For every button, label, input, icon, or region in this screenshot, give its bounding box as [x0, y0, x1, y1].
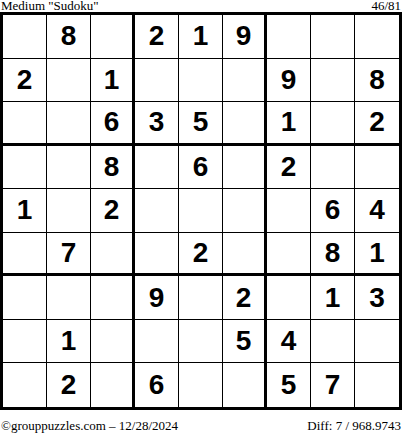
page-header: Medium "Sudoku" 46/81: [0, 0, 402, 12]
sudoku-cell: 5: [179, 102, 223, 146]
sudoku-cell[interactable]: [91, 15, 135, 59]
sudoku-cell: 8: [91, 146, 135, 190]
sudoku-cell: 9: [135, 276, 179, 320]
sudoku-cell[interactable]: [355, 15, 399, 59]
sudoku-cell: 6: [179, 146, 223, 190]
sudoku-cell: 9: [223, 15, 267, 59]
copyright-text: ©grouppuzzles.com – 12/28/2024: [1, 419, 178, 433]
sudoku-cell[interactable]: [47, 146, 91, 190]
sudoku-cell[interactable]: [135, 233, 179, 277]
sudoku-cell: 2: [3, 59, 47, 103]
sudoku-cell: 1: [267, 102, 311, 146]
sudoku-cell[interactable]: [47, 276, 91, 320]
sudoku-cell: 8: [311, 233, 355, 277]
sudoku-cell[interactable]: [135, 146, 179, 190]
page-footer: ©grouppuzzles.com – 12/28/2024 Diff: 7 /…: [0, 419, 402, 433]
sudoku-cell[interactable]: [179, 189, 223, 233]
sudoku-cell[interactable]: [311, 15, 355, 59]
sudoku-cell: 3: [355, 276, 399, 320]
sudoku-cell: 2: [135, 15, 179, 59]
sudoku-cell: 2: [223, 276, 267, 320]
sudoku-cell[interactable]: [267, 233, 311, 277]
sudoku-cell: 1: [179, 15, 223, 59]
sudoku-cell[interactable]: [179, 59, 223, 103]
sudoku-cell: 2: [179, 233, 223, 277]
sudoku-cell[interactable]: [135, 320, 179, 364]
sudoku-cell[interactable]: [47, 59, 91, 103]
sudoku-cell: 7: [47, 233, 91, 277]
sudoku-cell[interactable]: [91, 276, 135, 320]
sudoku-cell: 1: [355, 233, 399, 277]
sudoku-cell[interactable]: [223, 363, 267, 407]
sudoku-cell[interactable]: [91, 233, 135, 277]
sudoku-cell[interactable]: [223, 189, 267, 233]
sudoku-cell[interactable]: [223, 59, 267, 103]
page-title: Medium "Sudoku": [1, 0, 99, 12]
sudoku-cell: 2: [355, 102, 399, 146]
sudoku-cell: 1: [91, 59, 135, 103]
sudoku-cell: 9: [267, 59, 311, 103]
sudoku-cell: 4: [267, 320, 311, 364]
sudoku-cell: 2: [91, 189, 135, 233]
sudoku-cell[interactable]: [311, 102, 355, 146]
sudoku-cell: 6: [91, 102, 135, 146]
sudoku-cell[interactable]: [179, 276, 223, 320]
sudoku-cell[interactable]: [311, 59, 355, 103]
sudoku-cell: 3: [135, 102, 179, 146]
sudoku-cell: 5: [223, 320, 267, 364]
sudoku-cell: 6: [135, 363, 179, 407]
sudoku-cell[interactable]: [3, 276, 47, 320]
difficulty-text: Diff: 7 / 968.9743: [307, 419, 401, 433]
sudoku-cell[interactable]: [3, 233, 47, 277]
sudoku-cell[interactable]: [267, 189, 311, 233]
given-counter: 46/81: [371, 0, 401, 12]
sudoku-cell: 4: [355, 189, 399, 233]
sudoku-cell: 1: [3, 189, 47, 233]
sudoku-cell[interactable]: [179, 363, 223, 407]
sudoku-cell: 5: [267, 363, 311, 407]
sudoku-cell[interactable]: [355, 320, 399, 364]
sudoku-cell[interactable]: [47, 102, 91, 146]
sudoku-cell[interactable]: [135, 189, 179, 233]
sudoku-cell[interactable]: [3, 102, 47, 146]
sudoku-cell[interactable]: [3, 363, 47, 407]
sudoku-cell[interactable]: [311, 146, 355, 190]
sudoku-cell[interactable]: [223, 146, 267, 190]
sudoku-cell: 1: [47, 320, 91, 364]
sudoku-cell: 8: [355, 59, 399, 103]
sudoku-cell: 7: [311, 363, 355, 407]
sudoku-cell[interactable]: [91, 363, 135, 407]
sudoku-cell[interactable]: [355, 363, 399, 407]
sudoku-cell[interactable]: [311, 320, 355, 364]
sudoku-cell: 8: [47, 15, 91, 59]
sudoku-cell: 1: [311, 276, 355, 320]
sudoku-cell[interactable]: [267, 15, 311, 59]
sudoku-cell[interactable]: [3, 15, 47, 59]
sudoku-cell[interactable]: [267, 276, 311, 320]
sudoku-cell[interactable]: [47, 189, 91, 233]
sudoku-cell: 2: [47, 363, 91, 407]
sudoku-cell: 2: [267, 146, 311, 190]
sudoku-cell: 6: [311, 189, 355, 233]
sudoku-board: 82192198635128621264728192131542657: [0, 12, 402, 410]
sudoku-cell[interactable]: [179, 320, 223, 364]
sudoku-cell[interactable]: [223, 102, 267, 146]
sudoku-cell[interactable]: [91, 320, 135, 364]
sudoku-cell[interactable]: [223, 233, 267, 277]
sudoku-cell[interactable]: [3, 146, 47, 190]
sudoku-cell[interactable]: [355, 146, 399, 190]
sudoku-cell[interactable]: [3, 320, 47, 364]
sudoku-cell[interactable]: [135, 59, 179, 103]
